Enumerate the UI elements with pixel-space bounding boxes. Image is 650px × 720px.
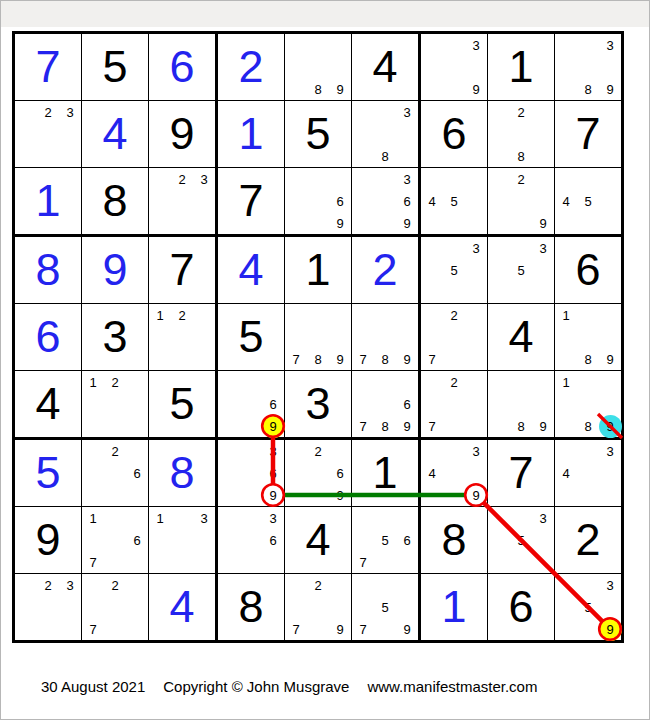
cell-r6c8[interactable]: 89: [488, 371, 554, 437]
cell-r3c7[interactable]: 45: [421, 168, 487, 234]
cell-r1c9[interactable]: 389: [555, 34, 621, 100]
given-digit: 7: [555, 101, 621, 167]
cell-r7c6[interactable]: 1: [352, 440, 418, 506]
cell-r1c7[interactable]: 39: [421, 34, 487, 100]
given-digit: 5: [82, 34, 148, 100]
given-digit: 5: [218, 304, 284, 370]
cell-r1c4[interactable]: 2: [218, 34, 284, 100]
candidate-7: 7: [82, 551, 104, 573]
given-digit: 9: [149, 101, 215, 167]
candidate-8: 8: [577, 78, 599, 100]
cell-r9c9[interactable]: 359: [555, 574, 621, 640]
given-digit: 9: [15, 507, 81, 573]
cell-r4c9[interactable]: 6: [555, 237, 621, 303]
footer: 30 August 2021Copyright © John Musgravew…: [41, 678, 555, 695]
cell-r1c5[interactable]: 89: [285, 34, 351, 100]
candidate-3: 3: [465, 34, 487, 56]
cell-r3c2[interactable]: 8: [82, 168, 148, 234]
cell-r9c3[interactable]: 4: [149, 574, 215, 640]
candidate-2: 2: [307, 574, 329, 596]
cell-r5c3[interactable]: 12: [149, 304, 215, 370]
candidate-8: 8: [307, 78, 329, 100]
cell-r3c3[interactable]: 23: [149, 168, 215, 234]
cell-r6c6[interactable]: 6789: [352, 371, 418, 437]
cell-r5c4[interactable]: 5: [218, 304, 284, 370]
cell-r7c5[interactable]: 269: [285, 440, 351, 506]
given-digit: 2: [555, 507, 621, 573]
given-digit: 7: [488, 440, 554, 506]
candidate-2: 2: [171, 168, 193, 190]
cell-r4c7[interactable]: 35: [421, 237, 487, 303]
candidate-5: 5: [443, 190, 465, 212]
candidate-2: 2: [104, 440, 126, 462]
cell-r8c2[interactable]: 167: [82, 507, 148, 573]
candidate-9: 9: [396, 415, 418, 437]
candidate-3: 3: [599, 34, 621, 56]
footer-copyright: Copyright © John Musgrave: [163, 678, 349, 695]
candidate-9: 9: [396, 618, 418, 640]
candidate-9: 9: [532, 415, 554, 437]
candidate-6: 6: [126, 529, 148, 551]
cell-r5c6[interactable]: 789: [352, 304, 418, 370]
solved-digit: 4: [82, 101, 148, 167]
candidate-6: 6: [396, 190, 418, 212]
candidate-3: 3: [396, 168, 418, 190]
solved-digit: 8: [15, 237, 81, 303]
cell-r4c4[interactable]: 4: [218, 237, 284, 303]
cell-r9c2[interactable]: 27: [82, 574, 148, 640]
candidate-7: 7: [285, 348, 307, 370]
cell-r1c3[interactable]: 6: [149, 34, 215, 100]
candidate-7: 7: [352, 551, 374, 573]
candidate-1: 1: [82, 507, 104, 529]
candidate-9: 9: [262, 484, 284, 506]
candidate-9: 9: [329, 618, 351, 640]
candidate-9: 9: [329, 78, 351, 100]
cell-r3c5[interactable]: 69: [285, 168, 351, 234]
candidate-8: 8: [307, 348, 329, 370]
cell-r1c8[interactable]: 1: [488, 34, 554, 100]
solved-digit: 9: [82, 237, 148, 303]
candidate-6: 6: [396, 529, 418, 551]
candidate-8: 8: [374, 415, 396, 437]
candidate-3: 3: [59, 101, 81, 123]
page: 7562894391389234915386287182376936945294…: [0, 0, 650, 720]
candidate-1: 1: [555, 371, 577, 393]
cell-r4c3[interactable]: 7: [149, 237, 215, 303]
cell-r9c5[interactable]: 279: [285, 574, 351, 640]
cell-r2c2[interactable]: 4: [82, 101, 148, 167]
solved-digit: 8: [149, 440, 215, 506]
sudoku-board: 7562894391389234915386287182376936945294…: [12, 31, 624, 643]
candidate-7: 7: [421, 348, 443, 370]
cell-r7c2[interactable]: 26: [82, 440, 148, 506]
candidate-7: 7: [352, 415, 374, 437]
solved-digit: 1: [15, 168, 81, 234]
cell-r6c5[interactable]: 3: [285, 371, 351, 437]
given-digit: 7: [218, 168, 284, 234]
candidate-7: 7: [352, 618, 374, 640]
given-digit: 1: [285, 237, 351, 303]
given-digit: 3: [82, 304, 148, 370]
solved-digit: 6: [149, 34, 215, 100]
candidate-9: 9: [465, 484, 487, 506]
candidate-4: 4: [421, 462, 443, 484]
candidate-3: 3: [262, 440, 284, 462]
cell-r8c7[interactable]: 8: [421, 507, 487, 573]
cell-r3c8[interactable]: 29: [488, 168, 554, 234]
cell-r1c6[interactable]: 4: [352, 34, 418, 100]
cell-r2c1[interactable]: 23: [15, 101, 81, 167]
cell-r6c4[interactable]: 69: [218, 371, 284, 437]
given-digit: 6: [421, 101, 487, 167]
cell-r9c6[interactable]: 579: [352, 574, 418, 640]
candidate-2: 2: [171, 304, 193, 326]
cell-r6c3[interactable]: 5: [149, 371, 215, 437]
candidate-6: 6: [396, 393, 418, 415]
candidate-9: 9: [599, 415, 621, 437]
cell-r4c2[interactable]: 9: [82, 237, 148, 303]
candidate-5: 5: [510, 529, 532, 551]
candidate-5: 5: [577, 190, 599, 212]
candidate-3: 3: [599, 440, 621, 462]
given-digit: 1: [352, 440, 418, 506]
candidate-8: 8: [374, 145, 396, 167]
candidate-3: 3: [193, 168, 215, 190]
cell-r5c7[interactable]: 27: [421, 304, 487, 370]
candidate-8: 8: [510, 145, 532, 167]
cell-r1c2[interactable]: 5: [82, 34, 148, 100]
candidate-2: 2: [443, 371, 465, 393]
cell-r2c7[interactable]: 6: [421, 101, 487, 167]
cell-r2c4[interactable]: 1: [218, 101, 284, 167]
footer-date: 30 August 2021: [41, 678, 145, 695]
candidate-4: 4: [555, 190, 577, 212]
cell-r6c2[interactable]: 12: [82, 371, 148, 437]
solved-digit: 5: [15, 440, 81, 506]
solved-digit: 2: [218, 34, 284, 100]
window-top-band: [1, 1, 649, 27]
candidate-1: 1: [149, 507, 171, 529]
candidate-2: 2: [510, 101, 532, 123]
cell-r8c4[interactable]: 36: [218, 507, 284, 573]
cell-r6c9[interactable]: 189: [555, 371, 621, 437]
candidate-8: 8: [577, 348, 599, 370]
candidate-3: 3: [193, 507, 215, 529]
candidate-5: 5: [374, 596, 396, 618]
candidate-2: 2: [443, 304, 465, 326]
candidate-6: 6: [329, 462, 351, 484]
cell-r5c8[interactable]: 4: [488, 304, 554, 370]
candidate-5: 5: [577, 596, 599, 618]
candidate-3: 3: [465, 440, 487, 462]
candidate-9: 9: [465, 78, 487, 100]
cell-r7c8[interactable]: 7: [488, 440, 554, 506]
cell-r8c9[interactable]: 2: [555, 507, 621, 573]
candidate-3: 3: [532, 237, 554, 259]
cell-r8c8[interactable]: 35: [488, 507, 554, 573]
cell-r5c9[interactable]: 189: [555, 304, 621, 370]
cell-r4c1[interactable]: 8: [15, 237, 81, 303]
candidate-5: 5: [443, 259, 465, 281]
candidate-1: 1: [555, 304, 577, 326]
cell-r8c1[interactable]: 9: [15, 507, 81, 573]
cell-r4c5[interactable]: 1: [285, 237, 351, 303]
given-digit: 8: [218, 574, 284, 640]
candidate-2: 2: [104, 371, 126, 393]
candidate-6: 6: [262, 529, 284, 551]
candidate-3: 3: [59, 574, 81, 596]
candidate-9: 9: [532, 212, 554, 234]
cell-r8c3[interactable]: 13: [149, 507, 215, 573]
solved-digit: 2: [352, 237, 418, 303]
candidate-6: 6: [126, 462, 148, 484]
cell-r9c1[interactable]: 23: [15, 574, 81, 640]
cell-r7c7[interactable]: 349: [421, 440, 487, 506]
candidate-3: 3: [262, 507, 284, 529]
cell-r2c8[interactable]: 28: [488, 101, 554, 167]
footer-website[interactable]: www.manifestmaster.com: [367, 678, 537, 695]
candidate-7: 7: [421, 415, 443, 437]
candidate-8: 8: [374, 348, 396, 370]
cell-r4c8[interactable]: 35: [488, 237, 554, 303]
cell-r3c6[interactable]: 369: [352, 168, 418, 234]
candidate-2: 2: [37, 101, 59, 123]
cell-r3c9[interactable]: 45: [555, 168, 621, 234]
solved-digit: 7: [15, 34, 81, 100]
candidate-6: 6: [329, 190, 351, 212]
candidate-2: 2: [307, 440, 329, 462]
cell-r5c1[interactable]: 6: [15, 304, 81, 370]
candidate-8: 8: [577, 415, 599, 437]
candidate-4: 4: [421, 190, 443, 212]
given-digit: 4: [15, 371, 81, 437]
cell-r6c1[interactable]: 4: [15, 371, 81, 437]
given-digit: 5: [149, 371, 215, 437]
candidate-2: 2: [104, 574, 126, 596]
given-digit: 3: [285, 371, 351, 437]
given-digit: 8: [82, 168, 148, 234]
candidate-7: 7: [285, 618, 307, 640]
candidate-9: 9: [262, 415, 284, 437]
candidate-9: 9: [599, 78, 621, 100]
cell-r9c8[interactable]: 6: [488, 574, 554, 640]
cell-r9c7[interactable]: 1: [421, 574, 487, 640]
candidate-9: 9: [396, 212, 418, 234]
solved-digit: 4: [218, 237, 284, 303]
candidate-9: 9: [599, 618, 621, 640]
cell-r7c4[interactable]: 369: [218, 440, 284, 506]
cell-r8c5[interactable]: 4: [285, 507, 351, 573]
candidate-5: 5: [374, 529, 396, 551]
given-digit: 5: [285, 101, 351, 167]
given-digit: 1: [488, 34, 554, 100]
candidate-9: 9: [329, 484, 351, 506]
candidate-9: 9: [329, 212, 351, 234]
candidate-7: 7: [352, 348, 374, 370]
cell-r1c1[interactable]: 7: [15, 34, 81, 100]
candidate-6: 6: [262, 393, 284, 415]
candidate-3: 3: [396, 101, 418, 123]
cell-r2c5[interactable]: 5: [285, 101, 351, 167]
candidate-3: 3: [465, 237, 487, 259]
candidate-5: 5: [510, 259, 532, 281]
given-digit: 6: [555, 237, 621, 303]
candidate-4: 4: [555, 462, 577, 484]
solved-digit: 4: [149, 574, 215, 640]
given-digit: 4: [285, 507, 351, 573]
candidate-9: 9: [396, 348, 418, 370]
cell-r2c3[interactable]: 9: [149, 101, 215, 167]
candidate-6: 6: [262, 462, 284, 484]
given-digit: 6: [488, 574, 554, 640]
cell-r9c4[interactable]: 8: [218, 574, 284, 640]
candidate-7: 7: [82, 618, 104, 640]
cell-r6c7[interactable]: 27: [421, 371, 487, 437]
cell-r2c9[interactable]: 7: [555, 101, 621, 167]
candidate-3: 3: [532, 507, 554, 529]
cell-r3c4[interactable]: 7: [218, 168, 284, 234]
candidate-3: 3: [599, 574, 621, 596]
candidate-9: 9: [599, 348, 621, 370]
cell-r5c5[interactable]: 789: [285, 304, 351, 370]
given-digit: 8: [421, 507, 487, 573]
candidate-8: 8: [510, 415, 532, 437]
cell-r7c3[interactable]: 8: [149, 440, 215, 506]
cell-r4c6[interactable]: 2: [352, 237, 418, 303]
given-digit: 7: [149, 237, 215, 303]
solved-digit: 6: [15, 304, 81, 370]
cell-r7c1[interactable]: 5: [15, 440, 81, 506]
given-digit: 4: [488, 304, 554, 370]
candidate-2: 2: [37, 574, 59, 596]
cell-r3c1[interactable]: 1: [15, 168, 81, 234]
candidate-9: 9: [329, 348, 351, 370]
solved-digit: 1: [218, 101, 284, 167]
cell-r7c9[interactable]: 34: [555, 440, 621, 506]
solved-digit: 1: [421, 574, 487, 640]
candidate-1: 1: [82, 371, 104, 393]
candidate-2: 2: [510, 168, 532, 190]
given-digit: 4: [352, 34, 418, 100]
cell-r8c6[interactable]: 567: [352, 507, 418, 573]
cell-r5c2[interactable]: 3: [82, 304, 148, 370]
candidate-1: 1: [149, 304, 171, 326]
cell-r2c6[interactable]: 38: [352, 101, 418, 167]
